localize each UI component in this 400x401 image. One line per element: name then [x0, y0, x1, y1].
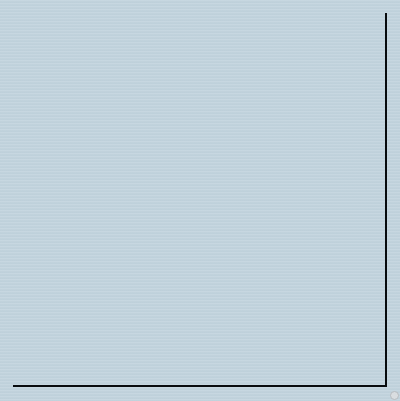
chess-board[interactable]	[13, 13, 387, 387]
file-labels	[13, 386, 385, 400]
rank-labels	[0, 13, 13, 385]
chess-diagram-panel	[0, 0, 400, 401]
resize-handle-dot	[390, 391, 399, 400]
